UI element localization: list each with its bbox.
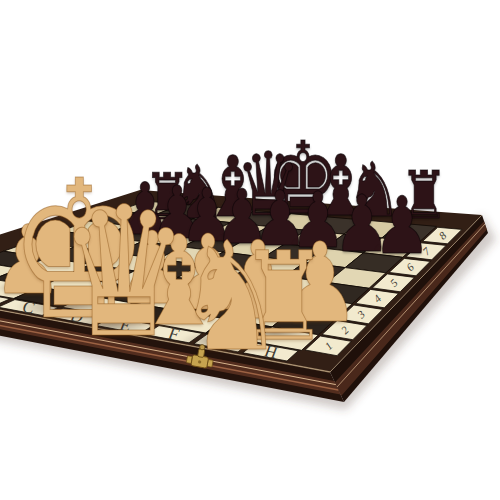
- pieces-layer: ♚♛♝♝♞♞♜♜♟♟♟♟♟♟♟♟♟♟♟♚♟♟♝♛♜♞: [0, 0, 500, 500]
- piece-white-queen[interactable]: ♛: [58, 183, 190, 363]
- piece-black-pawn[interactable]: ♟: [373, 187, 431, 266]
- piece-white-knight[interactable]: ♞: [176, 222, 286, 372]
- chess-set-photo: BCDEFGH87654321 ♚♛♝♝♞♞♜♜♟♟♟♟♟♟♟♟♟♟♟♚♟♟♝♛…: [0, 0, 500, 500]
